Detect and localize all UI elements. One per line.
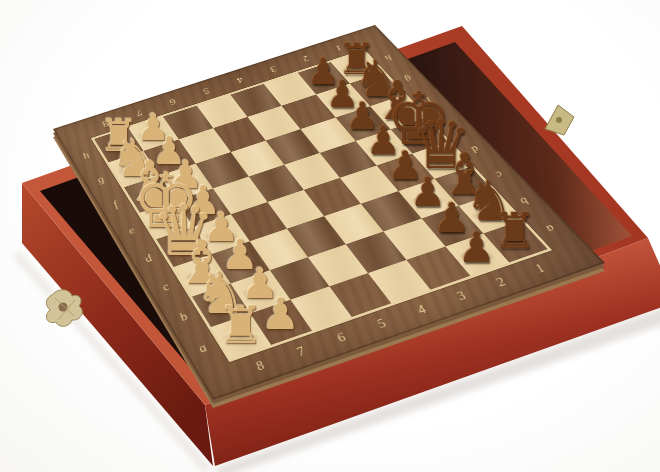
light-knight-b8: ♞: [192, 264, 250, 322]
piece-shadow-f7: [169, 178, 203, 190]
light-pawn-g7: ♟: [150, 132, 188, 170]
light-bishop-c8: ♝: [172, 233, 232, 293]
pieces-layer: ♜♞♝♛♚♝♞♜♟♟♟♟♟♟♟♟♟♟♟♟♟♟♟♟♜♞♝♛♚♝♞♜: [0, 0, 660, 472]
light-bishop-f8: ♝: [122, 154, 178, 210]
chess-set-photo: hhggffeeddccbbaa8877665544332211 ♜♞♝♛♚♝♞…: [0, 0, 660, 472]
piece-shadow-e7: [186, 203, 221, 215]
dark-king-e1: ♚: [382, 83, 455, 156]
dark-knight-b1: ♞: [462, 174, 517, 229]
piece-shadow-a8: [222, 332, 260, 346]
piece-shadow-b2: [434, 222, 470, 235]
piece-shadow-e2: [366, 144, 400, 156]
piece-shadow-g1: [360, 86, 392, 97]
light-rook-h8: ♜: [96, 114, 140, 159]
piece-shadow-g7: [153, 154, 186, 166]
dark-bishop-c1: ♝: [436, 146, 493, 203]
piece-shadow-c2: [410, 195, 445, 207]
piece-shadow-c8: [184, 271, 220, 284]
light-pawn-c7: ♟: [219, 235, 260, 276]
dark-pawn-f2: ♟: [344, 98, 382, 136]
dark-pawn-g2: ♟: [324, 76, 361, 113]
piece-shadow-d7: [203, 230, 238, 243]
piece-shadow-d8: [166, 243, 202, 256]
piece-shadow-h8: [102, 141, 135, 153]
dark-pawn-e2: ♟: [364, 122, 403, 161]
piece-shadow-e8: [149, 216, 184, 228]
dark-pawn-b2: ♟: [431, 198, 472, 239]
piece-shadow-a1: [497, 237, 533, 250]
piece-shadow-a2: [458, 250, 495, 263]
light-pawn-d7: ♟: [201, 207, 242, 248]
light-pawn-b7: ♟: [239, 263, 281, 305]
piece-shadow-e1: [402, 132, 435, 144]
piece-shadow-g2: [326, 97, 358, 109]
light-queen-d8: ♛: [148, 196, 219, 267]
dark-knight-g1: ♞: [352, 54, 402, 104]
piece-shadow-f2: [346, 120, 379, 132]
dark-pawn-c2: ♟: [408, 172, 448, 212]
dark-rook-a1: ♜: [490, 207, 539, 256]
dark-bishop-f1: ♝: [370, 74, 424, 128]
piece-shadow-d2: [388, 168, 422, 180]
light-pawn-h7: ♟: [135, 109, 172, 146]
piece-shadow-b7: [241, 287, 278, 300]
light-pawn-a7: ♟: [259, 293, 302, 336]
light-knight-g8: ♞: [108, 132, 160, 184]
dark-pawn-h2: ♟: [305, 54, 341, 90]
piece-shadow-h2: [307, 75, 339, 86]
piece-shadow-c1: [447, 182, 482, 194]
dark-pawn-d2: ♟: [385, 146, 424, 185]
light-king-e8: ♚: [129, 164, 205, 240]
dark-pawn-a2: ♟: [456, 227, 498, 269]
light-pawn-e7: ♟: [183, 181, 223, 221]
light-pawn-f7: ♟: [166, 156, 205, 195]
light-rook-a8: ♜: [215, 300, 267, 352]
dark-queen-d1: ♛: [407, 111, 475, 179]
dark-rook-h1: ♜: [335, 38, 378, 81]
piece-shadow-b1: [471, 209, 507, 222]
piece-shadow-h7: [137, 130, 170, 142]
piece-shadow-f8: [133, 190, 167, 202]
piece-shadow-c7: [222, 258, 258, 271]
piece-shadow-h1: [341, 64, 373, 75]
piece-shadow-g8: [117, 165, 150, 177]
piece-shadow-f1: [381, 108, 414, 120]
piece-shadow-b8: [202, 301, 239, 314]
piece-shadow-d1: [424, 156, 458, 168]
piece-shadow-a7: [262, 318, 300, 331]
